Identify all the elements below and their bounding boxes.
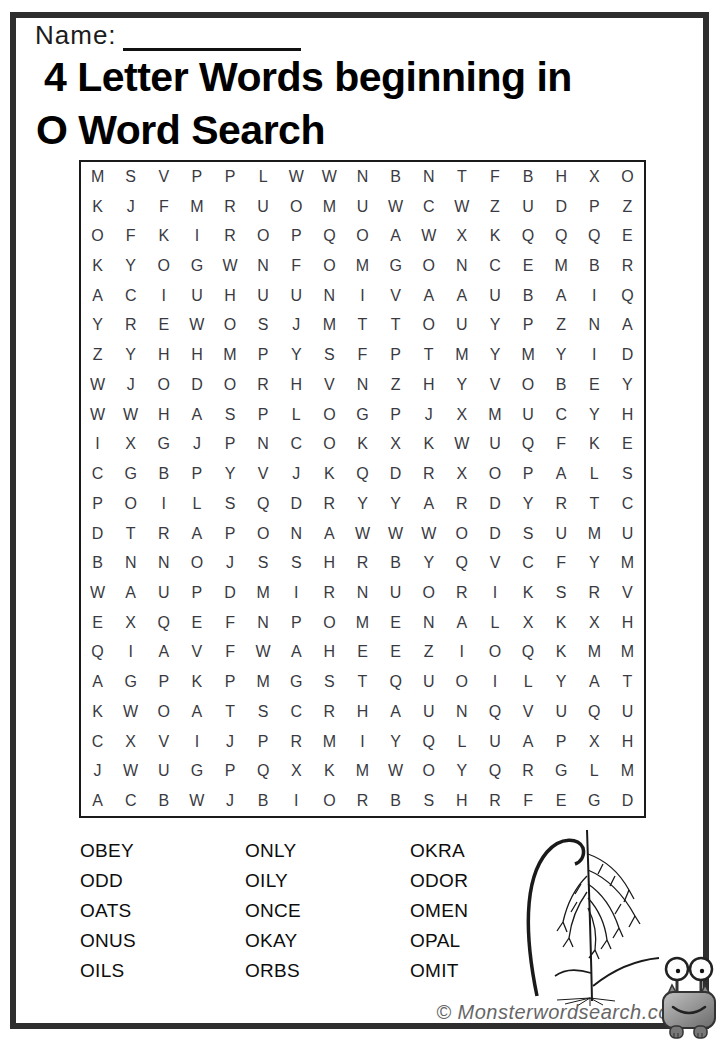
grid-cell[interactable]: S	[412, 786, 445, 816]
grid-cell[interactable]: Y	[280, 340, 313, 370]
grid-cell[interactable]: O	[280, 192, 313, 222]
grid-cell[interactable]: P	[147, 667, 180, 697]
grid-cell[interactable]: Q	[445, 548, 478, 578]
grid-cell[interactable]: J	[412, 400, 445, 430]
grid-cell[interactable]: W	[247, 638, 280, 668]
grid-cell[interactable]: O	[213, 311, 246, 341]
grid-cell[interactable]: Q	[578, 697, 611, 727]
grid-cell[interactable]: W	[313, 162, 346, 192]
grid-cell[interactable]: K	[147, 221, 180, 251]
grid-cell[interactable]: X	[512, 608, 545, 638]
grid-cell[interactable]: A	[412, 281, 445, 311]
grid-cell[interactable]: E	[147, 311, 180, 341]
grid-cell[interactable]: F	[147, 192, 180, 222]
grid-cell[interactable]: P	[247, 400, 280, 430]
grid-cell[interactable]: B	[578, 251, 611, 281]
grid-cell[interactable]: W	[180, 786, 213, 816]
grid-cell[interactable]: D	[478, 519, 511, 549]
grid-cell[interactable]: Y	[213, 459, 246, 489]
grid-cell[interactable]: M	[346, 251, 379, 281]
grid-cell[interactable]: I	[280, 786, 313, 816]
grid-cell[interactable]: L	[578, 459, 611, 489]
grid-cell[interactable]: Y	[445, 757, 478, 787]
grid-cell[interactable]: J	[213, 727, 246, 757]
grid-cell[interactable]: Y	[611, 370, 644, 400]
grid-cell[interactable]: M	[611, 757, 644, 787]
grid-cell[interactable]: C	[545, 400, 578, 430]
grid-cell[interactable]: X	[114, 727, 147, 757]
grid-cell[interactable]: K	[478, 221, 511, 251]
grid-cell[interactable]: N	[247, 430, 280, 460]
grid-cell[interactable]: A	[412, 489, 445, 519]
grid-cell[interactable]: C	[611, 489, 644, 519]
grid-cell[interactable]: C	[412, 192, 445, 222]
grid-cell[interactable]: O	[512, 370, 545, 400]
grid-cell[interactable]: T	[346, 667, 379, 697]
grid-cell[interactable]: S	[313, 340, 346, 370]
grid-cell[interactable]: S	[611, 459, 644, 489]
grid-cell[interactable]: R	[313, 578, 346, 608]
grid-cell[interactable]: M	[578, 519, 611, 549]
grid-cell[interactable]: N	[114, 548, 147, 578]
grid-cell[interactable]: P	[379, 340, 412, 370]
grid-cell[interactable]: H	[147, 340, 180, 370]
grid-cell[interactable]: X	[379, 430, 412, 460]
grid-cell[interactable]: T	[114, 519, 147, 549]
grid-cell[interactable]: Z	[81, 340, 114, 370]
grid-cell[interactable]: A	[147, 638, 180, 668]
grid-cell[interactable]: A	[611, 311, 644, 341]
grid-cell[interactable]: V	[379, 281, 412, 311]
grid-cell[interactable]: R	[313, 489, 346, 519]
grid-cell[interactable]: M	[313, 192, 346, 222]
grid-cell[interactable]: Z	[412, 638, 445, 668]
grid-cell[interactable]: W	[280, 162, 313, 192]
grid-cell[interactable]: D	[611, 340, 644, 370]
grid-cell[interactable]: P	[578, 192, 611, 222]
grid-cell[interactable]: I	[180, 221, 213, 251]
grid-cell[interactable]: G	[114, 667, 147, 697]
grid-cell[interactable]: D	[478, 489, 511, 519]
grid-cell[interactable]: S	[114, 162, 147, 192]
grid-cell[interactable]: N	[412, 608, 445, 638]
grid-cell[interactable]: X	[445, 221, 478, 251]
grid-cell[interactable]: R	[313, 697, 346, 727]
grid-cell[interactable]: P	[180, 162, 213, 192]
grid-cell[interactable]: P	[180, 578, 213, 608]
grid-cell[interactable]: O	[445, 667, 478, 697]
grid-cell[interactable]: Z	[379, 370, 412, 400]
grid-cell[interactable]: B	[81, 548, 114, 578]
grid-cell[interactable]: G	[346, 400, 379, 430]
grid-cell[interactable]: J	[114, 370, 147, 400]
grid-cell[interactable]: W	[114, 400, 147, 430]
grid-cell[interactable]: V	[512, 697, 545, 727]
grid-cell[interactable]: E	[545, 786, 578, 816]
grid-cell[interactable]: D	[611, 786, 644, 816]
grid-cell[interactable]: X	[578, 608, 611, 638]
grid-cell[interactable]: A	[180, 400, 213, 430]
grid-cell[interactable]: N	[346, 578, 379, 608]
grid-cell[interactable]: U	[611, 519, 644, 549]
grid-cell[interactable]: J	[114, 192, 147, 222]
grid-cell[interactable]: P	[512, 459, 545, 489]
grid-cell[interactable]: K	[578, 430, 611, 460]
grid-cell[interactable]: Y	[545, 667, 578, 697]
grid-cell[interactable]: P	[379, 400, 412, 430]
grid-cell[interactable]: R	[445, 578, 478, 608]
grid-cell[interactable]: E	[611, 221, 644, 251]
grid-cell[interactable]: P	[180, 459, 213, 489]
grid-cell[interactable]: M	[611, 548, 644, 578]
grid-cell[interactable]: Q	[611, 281, 644, 311]
grid-cell[interactable]: Q	[247, 489, 280, 519]
grid-cell[interactable]: K	[412, 430, 445, 460]
grid-cell[interactable]: H	[313, 548, 346, 578]
grid-cell[interactable]: X	[445, 400, 478, 430]
grid-cell[interactable]: K	[346, 430, 379, 460]
grid-cell[interactable]: A	[545, 281, 578, 311]
grid-cell[interactable]: M	[611, 638, 644, 668]
grid-cell[interactable]: R	[147, 519, 180, 549]
grid-cell[interactable]: G	[180, 757, 213, 787]
grid-cell[interactable]: O	[313, 400, 346, 430]
grid-cell[interactable]: V	[313, 370, 346, 400]
grid-cell[interactable]: S	[247, 548, 280, 578]
grid-cell[interactable]: C	[280, 697, 313, 727]
grid-cell[interactable]: F	[346, 340, 379, 370]
grid-cell[interactable]: J	[280, 459, 313, 489]
grid-cell[interactable]: W	[213, 251, 246, 281]
grid-cell[interactable]: N	[578, 311, 611, 341]
grid-cell[interactable]: I	[445, 638, 478, 668]
grid-cell[interactable]: F	[545, 430, 578, 460]
grid-cell[interactable]: D	[180, 370, 213, 400]
grid-cell[interactable]: A	[445, 281, 478, 311]
grid-cell[interactable]: W	[445, 192, 478, 222]
grid-cell[interactable]: I	[81, 430, 114, 460]
grid-cell[interactable]: W	[346, 519, 379, 549]
grid-cell[interactable]: L	[180, 489, 213, 519]
grid-cell[interactable]: M	[512, 340, 545, 370]
grid-cell[interactable]: U	[412, 697, 445, 727]
grid-cell[interactable]: P	[213, 757, 246, 787]
grid-cell[interactable]: O	[147, 697, 180, 727]
grid-cell[interactable]: G	[147, 430, 180, 460]
grid-cell[interactable]: E	[81, 608, 114, 638]
grid-cell[interactable]: I	[578, 340, 611, 370]
grid-cell[interactable]: N	[445, 697, 478, 727]
grid-cell[interactable]: G	[114, 459, 147, 489]
grid-cell[interactable]: A	[578, 667, 611, 697]
grid-cell[interactable]: M	[81, 162, 114, 192]
grid-cell[interactable]: D	[213, 578, 246, 608]
grid-cell[interactable]: Y	[578, 548, 611, 578]
grid-cell[interactable]: T	[445, 162, 478, 192]
grid-cell[interactable]: X	[578, 162, 611, 192]
grid-cell[interactable]: U	[478, 281, 511, 311]
grid-cell[interactable]: E	[180, 608, 213, 638]
grid-cell[interactable]: Q	[379, 667, 412, 697]
grid-cell[interactable]: U	[545, 697, 578, 727]
grid-cell[interactable]: Q	[81, 638, 114, 668]
grid-cell[interactable]: Q	[545, 221, 578, 251]
grid-cell[interactable]: Z	[545, 311, 578, 341]
grid-cell[interactable]: U	[478, 430, 511, 460]
grid-cell[interactable]: O	[478, 638, 511, 668]
grid-cell[interactable]: P	[213, 667, 246, 697]
grid-cell[interactable]: H	[445, 786, 478, 816]
grid-cell[interactable]: C	[114, 281, 147, 311]
grid-cell[interactable]: B	[512, 281, 545, 311]
grid-cell[interactable]: O	[445, 519, 478, 549]
grid-cell[interactable]: W	[379, 192, 412, 222]
grid-cell[interactable]: H	[412, 370, 445, 400]
grid-cell[interactable]: M	[478, 400, 511, 430]
grid-cell[interactable]: R	[545, 489, 578, 519]
grid-cell[interactable]: S	[213, 489, 246, 519]
grid-cell[interactable]: N	[412, 162, 445, 192]
grid-cell[interactable]: N	[280, 519, 313, 549]
grid-cell[interactable]: A	[180, 697, 213, 727]
grid-cell[interactable]: M	[578, 638, 611, 668]
grid-cell[interactable]: Q	[478, 697, 511, 727]
grid-cell[interactable]: R	[247, 370, 280, 400]
grid-cell[interactable]: Y	[578, 400, 611, 430]
grid-cell[interactable]: B	[147, 459, 180, 489]
grid-cell[interactable]: R	[611, 251, 644, 281]
grid-cell[interactable]: T	[346, 311, 379, 341]
grid-cell[interactable]: L	[578, 757, 611, 787]
grid-cell[interactable]: W	[114, 697, 147, 727]
grid-cell[interactable]: E	[578, 370, 611, 400]
grid-cell[interactable]: V	[478, 370, 511, 400]
grid-cell[interactable]: I	[114, 638, 147, 668]
grid-cell[interactable]: W	[81, 400, 114, 430]
grid-cell[interactable]: C	[512, 548, 545, 578]
grid-cell[interactable]: X	[114, 430, 147, 460]
grid-cell[interactable]: U	[346, 192, 379, 222]
grid-cell[interactable]: A	[512, 727, 545, 757]
grid-cell[interactable]: A	[81, 667, 114, 697]
grid-cell[interactable]: P	[280, 221, 313, 251]
grid-cell[interactable]: Y	[478, 311, 511, 341]
grid-cell[interactable]: I	[180, 727, 213, 757]
grid-cell[interactable]: F	[114, 221, 147, 251]
grid-cell[interactable]: B	[379, 548, 412, 578]
grid-cell[interactable]: M	[445, 340, 478, 370]
grid-cell[interactable]: S	[247, 311, 280, 341]
grid-cell[interactable]: U	[445, 311, 478, 341]
grid-cell[interactable]: R	[213, 221, 246, 251]
grid-cell[interactable]: N	[147, 548, 180, 578]
grid-cell[interactable]: T	[213, 697, 246, 727]
grid-cell[interactable]: H	[611, 727, 644, 757]
grid-cell[interactable]: N	[346, 162, 379, 192]
grid-cell[interactable]: T	[412, 340, 445, 370]
grid-cell[interactable]: M	[545, 251, 578, 281]
grid-cell[interactable]: P	[213, 519, 246, 549]
grid-cell[interactable]: Y	[478, 340, 511, 370]
grid-cell[interactable]: F	[213, 638, 246, 668]
grid-cell[interactable]: M	[247, 578, 280, 608]
name-input-line[interactable]	[123, 26, 301, 51]
grid-cell[interactable]: O	[81, 221, 114, 251]
grid-cell[interactable]: V	[247, 459, 280, 489]
grid-cell[interactable]: A	[445, 608, 478, 638]
grid-cell[interactable]: Q	[478, 757, 511, 787]
grid-cell[interactable]: X	[445, 459, 478, 489]
grid-cell[interactable]: K	[180, 667, 213, 697]
grid-cell[interactable]: Y	[346, 489, 379, 519]
grid-cell[interactable]: V	[147, 162, 180, 192]
grid-cell[interactable]: I	[478, 578, 511, 608]
grid-cell[interactable]: O	[213, 370, 246, 400]
grid-cell[interactable]: P	[247, 727, 280, 757]
grid-cell[interactable]: O	[412, 251, 445, 281]
grid-cell[interactable]: S	[545, 578, 578, 608]
grid-cell[interactable]: W	[180, 311, 213, 341]
grid-cell[interactable]: H	[313, 638, 346, 668]
grid-cell[interactable]: Y	[545, 340, 578, 370]
grid-cell[interactable]: E	[512, 251, 545, 281]
grid-cell[interactable]: R	[578, 578, 611, 608]
grid-cell[interactable]: T	[611, 667, 644, 697]
grid-cell[interactable]: A	[114, 578, 147, 608]
grid-cell[interactable]: A	[81, 281, 114, 311]
grid-cell[interactable]: L	[280, 400, 313, 430]
grid-cell[interactable]: Q	[247, 757, 280, 787]
grid-cell[interactable]: G	[578, 786, 611, 816]
grid-cell[interactable]: C	[114, 786, 147, 816]
grid-cell[interactable]: W	[445, 430, 478, 460]
grid-cell[interactable]: Z	[611, 192, 644, 222]
grid-cell[interactable]: D	[280, 489, 313, 519]
grid-cell[interactable]: Y	[114, 340, 147, 370]
grid-cell[interactable]: U	[611, 697, 644, 727]
grid-cell[interactable]: V	[478, 548, 511, 578]
grid-cell[interactable]: N	[313, 281, 346, 311]
grid-cell[interactable]: A	[379, 221, 412, 251]
grid-cell[interactable]: O	[114, 489, 147, 519]
grid-cell[interactable]: U	[147, 757, 180, 787]
grid-cell[interactable]: W	[379, 757, 412, 787]
grid-cell[interactable]: L	[247, 162, 280, 192]
grid-cell[interactable]: B	[379, 786, 412, 816]
grid-cell[interactable]: U	[379, 578, 412, 608]
grid-cell[interactable]: F	[213, 608, 246, 638]
grid-cell[interactable]: N	[445, 251, 478, 281]
grid-cell[interactable]: Y	[379, 727, 412, 757]
grid-cell[interactable]: Q	[313, 221, 346, 251]
grid-cell[interactable]: F	[512, 786, 545, 816]
grid-cell[interactable]: K	[81, 697, 114, 727]
grid-cell[interactable]: U	[280, 281, 313, 311]
grid-cell[interactable]: P	[545, 727, 578, 757]
grid-cell[interactable]: N	[247, 608, 280, 638]
grid-cell[interactable]: S	[313, 667, 346, 697]
grid-cell[interactable]: P	[280, 608, 313, 638]
grid-cell[interactable]: O	[412, 311, 445, 341]
grid-cell[interactable]: J	[180, 430, 213, 460]
grid-cell[interactable]: U	[512, 192, 545, 222]
grid-cell[interactable]: L	[512, 667, 545, 697]
grid-cell[interactable]: O	[611, 162, 644, 192]
grid-cell[interactable]: O	[412, 757, 445, 787]
grid-cell[interactable]: K	[545, 638, 578, 668]
grid-cell[interactable]: U	[478, 727, 511, 757]
grid-cell[interactable]: A	[280, 638, 313, 668]
grid-cell[interactable]: B	[379, 162, 412, 192]
grid-cell[interactable]: E	[346, 638, 379, 668]
grid-cell[interactable]: C	[81, 459, 114, 489]
grid-cell[interactable]: U	[180, 281, 213, 311]
grid-cell[interactable]: P	[247, 340, 280, 370]
grid-cell[interactable]: F	[478, 162, 511, 192]
grid-cell[interactable]: P	[213, 430, 246, 460]
grid-cell[interactable]: U	[545, 519, 578, 549]
grid-cell[interactable]: R	[346, 786, 379, 816]
grid-cell[interactable]: R	[445, 489, 478, 519]
grid-cell[interactable]: K	[81, 251, 114, 281]
grid-cell[interactable]: P	[81, 489, 114, 519]
grid-cell[interactable]: K	[512, 578, 545, 608]
grid-cell[interactable]: B	[147, 786, 180, 816]
grid-cell[interactable]: A	[313, 519, 346, 549]
grid-cell[interactable]: X	[114, 608, 147, 638]
grid-cell[interactable]: F	[545, 548, 578, 578]
grid-cell[interactable]: O	[313, 251, 346, 281]
grid-cell[interactable]: B	[545, 370, 578, 400]
grid-cell[interactable]: H	[213, 281, 246, 311]
grid-cell[interactable]: V	[180, 638, 213, 668]
grid-cell[interactable]: Q	[147, 608, 180, 638]
grid-cell[interactable]: T	[379, 311, 412, 341]
grid-cell[interactable]: R	[213, 192, 246, 222]
grid-cell[interactable]: R	[412, 459, 445, 489]
grid-cell[interactable]: C	[478, 251, 511, 281]
grid-cell[interactable]: J	[213, 548, 246, 578]
grid-cell[interactable]: P	[512, 311, 545, 341]
grid-cell[interactable]: M	[346, 757, 379, 787]
grid-cell[interactable]: W	[81, 578, 114, 608]
grid-cell[interactable]: H	[611, 400, 644, 430]
grid-cell[interactable]: O	[247, 519, 280, 549]
grid-cell[interactable]: P	[213, 162, 246, 192]
grid-cell[interactable]: I	[346, 727, 379, 757]
grid-cell[interactable]: Y	[512, 489, 545, 519]
grid-cell[interactable]: Y	[412, 548, 445, 578]
grid-cell[interactable]: X	[280, 757, 313, 787]
grid-cell[interactable]: Z	[478, 192, 511, 222]
grid-cell[interactable]: R	[512, 757, 545, 787]
grid-cell[interactable]: L	[478, 608, 511, 638]
grid-cell[interactable]: W	[81, 370, 114, 400]
grid-cell[interactable]: O	[313, 786, 346, 816]
grid-cell[interactable]: U	[247, 281, 280, 311]
grid-cell[interactable]: H	[180, 340, 213, 370]
grid-cell[interactable]: Y	[445, 370, 478, 400]
grid-cell[interactable]: M	[346, 608, 379, 638]
grid-cell[interactable]: X	[578, 727, 611, 757]
grid-cell[interactable]: M	[213, 340, 246, 370]
grid-cell[interactable]: U	[512, 400, 545, 430]
grid-cell[interactable]: M	[313, 311, 346, 341]
grid-cell[interactable]: D	[379, 459, 412, 489]
grid-cell[interactable]: H	[346, 697, 379, 727]
grid-cell[interactable]: A	[180, 519, 213, 549]
grid-cell[interactable]: O	[412, 578, 445, 608]
